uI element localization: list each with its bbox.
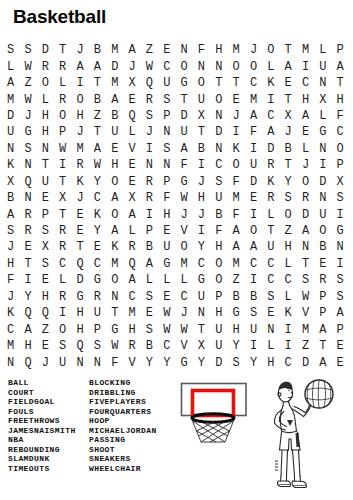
grid-cell[interactable]: O [106,174,123,190]
grid-cell[interactable]: A [19,321,36,337]
grid-cell[interactable]: E [158,223,175,239]
grid-cell[interactable]: N [19,190,36,206]
grid-cell[interactable]: R [123,239,140,255]
grid-cell[interactable]: A [141,256,158,272]
grid-cell[interactable]: A [245,239,262,255]
grid-cell[interactable]: L [262,58,279,74]
grid-cell[interactable]: C [332,124,349,140]
grid-cell[interactable]: N [158,157,175,173]
grid-cell[interactable]: X [123,75,140,91]
grid-cell[interactable]: N [71,354,88,370]
grid-cell[interactable]: X [332,174,349,190]
grid-cell[interactable]: L [37,91,54,107]
grid-cell[interactable]: N [332,239,349,255]
grid-cell[interactable]: A [71,58,88,74]
grid-cell[interactable]: I [314,157,331,173]
grid-cell[interactable]: R [314,272,331,288]
grid-cell[interactable]: I [262,91,279,107]
grid-cell[interactable]: I [245,141,262,157]
grid-cell[interactable]: O [193,75,210,91]
grid-cell[interactable]: K [280,305,297,321]
grid-cell[interactable]: C [89,190,106,206]
grid-cell[interactable]: O [227,58,244,74]
grid-cell[interactable]: E [280,75,297,91]
grid-cell[interactable]: Z [141,42,158,58]
grid-cell[interactable]: H [71,305,88,321]
grid-cell[interactable]: E [71,223,88,239]
grid-cell[interactable]: O [314,223,331,239]
grid-cell[interactable]: W [175,321,192,337]
grid-cell[interactable]: B [106,108,123,124]
grid-cell[interactable]: X [193,108,210,124]
grid-cell[interactable]: X [314,91,331,107]
grid-cell[interactable]: N [210,58,227,74]
grid-cell[interactable]: E [37,338,54,354]
grid-cell[interactable]: A [123,42,140,58]
grid-cell[interactable]: R [71,157,88,173]
grid-cell[interactable]: I [332,256,349,272]
grid-cell[interactable]: B [89,42,106,58]
grid-cell[interactable]: A [297,108,314,124]
grid-cell[interactable]: F [210,223,227,239]
grid-cell[interactable]: K [2,157,19,173]
grid-cell[interactable]: S [141,108,158,124]
grid-cell[interactable]: R [54,223,71,239]
grid-cell[interactable]: N [141,157,158,173]
grid-cell[interactable]: S [332,272,349,288]
grid-cell[interactable]: C [123,289,140,305]
grid-cell[interactable]: I [245,338,262,354]
grid-cell[interactable]: L [280,256,297,272]
grid-cell[interactable]: L [314,108,331,124]
grid-cell[interactable]: S [332,190,349,206]
grid-cell[interactable]: T [262,223,279,239]
grid-cell[interactable]: C [54,256,71,272]
grid-cell[interactable]: X [280,108,297,124]
grid-cell[interactable]: H [123,321,140,337]
grid-cell[interactable]: N [193,58,210,74]
grid-cell[interactable]: J [71,190,88,206]
grid-cell[interactable]: Q [123,108,140,124]
grid-cell[interactable]: E [37,190,54,206]
grid-cell[interactable]: D [2,108,19,124]
grid-cell[interactable]: P [37,206,54,222]
grid-cell[interactable]: W [19,58,36,74]
grid-cell[interactable]: I [297,58,314,74]
grid-cell[interactable]: O [54,321,71,337]
grid-cell[interactable]: Y [193,239,210,255]
grid-cell[interactable]: O [71,91,88,107]
grid-cell[interactable]: I [245,206,262,222]
grid-cell[interactable]: H [37,108,54,124]
grid-cell[interactable]: P [332,321,349,337]
grid-cell[interactable]: Z [280,223,297,239]
grid-cell[interactable]: D [175,108,192,124]
grid-cell[interactable]: N [158,124,175,140]
grid-cell[interactable]: A [262,124,279,140]
grid-cell[interactable]: H [210,305,227,321]
grid-cell[interactable]: A [106,91,123,107]
grid-cell[interactable]: W [158,321,175,337]
grid-cell[interactable]: A [245,108,262,124]
grid-cell[interactable]: Z [19,75,36,91]
grid-cell[interactable]: U [210,190,227,206]
grid-cell[interactable]: K [106,239,123,255]
grid-cell[interactable]: J [297,157,314,173]
grid-cell[interactable]: M [71,141,88,157]
grid-cell[interactable]: S [89,338,106,354]
grid-cell[interactable]: B [227,289,244,305]
grid-cell[interactable]: L [262,338,279,354]
grid-cell[interactable]: B [280,141,297,157]
grid-cell[interactable]: D [297,354,314,370]
grid-cell[interactable]: N [193,305,210,321]
grid-cell[interactable]: I [280,321,297,337]
grid-cell[interactable]: S [141,321,158,337]
grid-cell[interactable]: C [245,75,262,91]
grid-cell[interactable]: P [332,157,349,173]
grid-cell[interactable]: N [89,354,106,370]
grid-cell[interactable]: U [262,239,279,255]
grid-cell[interactable]: C [262,108,279,124]
grid-cell[interactable]: J [2,239,19,255]
grid-cell[interactable]: R [141,190,158,206]
grid-cell[interactable]: B [141,239,158,255]
grid-cell[interactable]: M [123,305,140,321]
grid-cell[interactable]: G [89,272,106,288]
grid-cell[interactable]: O [297,174,314,190]
grid-cell[interactable]: R [141,91,158,107]
grid-cell[interactable]: O [210,272,227,288]
grid-cell[interactable]: Z [37,321,54,337]
grid-cell[interactable]: C [262,256,279,272]
grid-cell[interactable]: C [158,58,175,74]
grid-cell[interactable]: B [245,289,262,305]
grid-cell[interactable]: E [123,157,140,173]
grid-cell[interactable]: P [54,124,71,140]
grid-cell[interactable]: D [106,58,123,74]
grid-cell[interactable]: T [332,75,349,91]
grid-cell[interactable]: H [280,239,297,255]
grid-cell[interactable]: T [54,174,71,190]
grid-cell[interactable]: O [106,206,123,222]
grid-cell[interactable]: R [54,58,71,74]
grid-cell[interactable]: P [314,289,331,305]
grid-cell[interactable]: F [106,354,123,370]
grid-cell[interactable]: G [175,174,192,190]
grid-cell[interactable]: S [280,190,297,206]
grid-cell[interactable]: L [262,206,279,222]
grid-cell[interactable]: Q [123,256,140,272]
grid-cell[interactable]: S [19,141,36,157]
grid-cell[interactable]: I [54,157,71,173]
grid-cell[interactable]: H [210,42,227,58]
grid-cell[interactable]: J [193,206,210,222]
grid-cell[interactable]: A [314,354,331,370]
grid-cell[interactable]: T [37,157,54,173]
grid-cell[interactable]: H [227,321,244,337]
grid-cell[interactable]: T [297,256,314,272]
grid-cell[interactable]: A [297,223,314,239]
grid-cell[interactable]: K [2,305,19,321]
grid-cell[interactable]: Q [37,305,54,321]
grid-cell[interactable]: V [123,141,140,157]
grid-cell[interactable]: T [280,91,297,107]
grid-cell[interactable]: N [175,42,192,58]
grid-cell[interactable]: T [71,239,88,255]
grid-cell[interactable]: U [37,174,54,190]
grid-cell[interactable]: E [123,91,140,107]
grid-cell[interactable]: V [123,354,140,370]
grid-cell[interactable]: J [280,124,297,140]
grid-cell[interactable]: E [89,239,106,255]
grid-cell[interactable]: T [54,206,71,222]
grid-cell[interactable]: S [245,305,262,321]
grid-cell[interactable]: U [175,124,192,140]
grid-cell[interactable]: J [19,108,36,124]
grid-cell[interactable]: R [54,289,71,305]
grid-cell[interactable]: O [54,108,71,124]
grid-cell[interactable]: A [123,206,140,222]
grid-cell[interactable]: J [227,108,244,124]
grid-cell[interactable]: S [297,272,314,288]
grid-cell[interactable]: W [89,157,106,173]
grid-cell[interactable]: J [175,206,192,222]
grid-cell[interactable]: G [227,305,244,321]
grid-cell[interactable]: F [193,42,210,58]
grid-cell[interactable]: G [175,75,192,91]
grid-cell[interactable]: W [19,91,36,107]
grid-cell[interactable]: Q [141,75,158,91]
grid-cell[interactable]: E [332,354,349,370]
grid-cell[interactable]: O [280,206,297,222]
grid-cell[interactable]: J [71,124,88,140]
grid-cell[interactable]: V [175,338,192,354]
grid-cell[interactable]: N [210,141,227,157]
grid-cell[interactable]: J [2,289,19,305]
grid-cell[interactable]: T [193,124,210,140]
grid-cell[interactable]: R [141,174,158,190]
grid-cell[interactable]: L [123,223,140,239]
grid-cell[interactable]: E [141,305,158,321]
grid-cell[interactable]: N [2,141,19,157]
grid-cell[interactable]: V [175,223,192,239]
grid-cell[interactable]: E [158,42,175,58]
grid-cell[interactable]: S [54,338,71,354]
grid-cell[interactable]: Y [193,354,210,370]
grid-cell[interactable]: N [2,354,19,370]
grid-cell[interactable]: K [71,174,88,190]
grid-cell[interactable]: J [193,174,210,190]
grid-cell[interactable]: C [175,289,192,305]
grid-cell[interactable]: J [245,42,262,58]
grid-cell[interactable]: A [227,223,244,239]
grid-cell[interactable]: Z [89,108,106,124]
grid-cell[interactable]: X [54,190,71,206]
grid-cell[interactable]: I [141,141,158,157]
grid-cell[interactable]: E [245,190,262,206]
grid-cell[interactable]: J [71,42,88,58]
grid-cell[interactable]: M [297,321,314,337]
grid-cell[interactable]: W [158,305,175,321]
grid-cell[interactable]: U [314,206,331,222]
grid-cell[interactable]: R [54,239,71,255]
grid-cell[interactable]: H [193,190,210,206]
grid-cell[interactable]: H [71,108,88,124]
grid-cell[interactable]: S [2,42,19,58]
grid-cell[interactable]: M [227,42,244,58]
grid-cell[interactable]: I [141,206,158,222]
grid-cell[interactable]: M [227,190,244,206]
grid-cell[interactable]: T [280,157,297,173]
grid-cell[interactable]: F [227,206,244,222]
grid-cell[interactable]: T [227,75,244,91]
grid-cell[interactable]: E [314,256,331,272]
grid-cell[interactable]: L [297,141,314,157]
grid-cell[interactable]: T [280,42,297,58]
grid-cell[interactable]: A [2,75,19,91]
grid-cell[interactable]: O [175,239,192,255]
grid-cell[interactable]: X [123,190,140,206]
grid-cell[interactable]: H [19,338,36,354]
grid-cell[interactable]: P [314,305,331,321]
grid-cell[interactable]: R [123,338,140,354]
grid-cell[interactable]: M [175,256,192,272]
grid-cell[interactable]: C [193,256,210,272]
grid-cell[interactable]: G [314,124,331,140]
grid-cell[interactable]: F [332,108,349,124]
grid-cell[interactable]: C [89,256,106,272]
grid-cell[interactable]: N [262,321,279,337]
grid-cell[interactable]: Q [19,305,36,321]
grid-cell[interactable]: E [71,206,88,222]
grid-cell[interactable]: M [106,75,123,91]
grid-cell[interactable]: S [2,223,19,239]
grid-cell[interactable]: T [89,75,106,91]
grid-cell[interactable]: K [262,174,279,190]
grid-cell[interactable]: A [89,58,106,74]
grid-cell[interactable]: H [2,256,19,272]
grid-cell[interactable]: C [2,321,19,337]
grid-cell[interactable]: U [89,305,106,321]
grid-cell[interactable]: R [37,58,54,74]
grid-cell[interactable]: G [19,124,36,140]
grid-cell[interactable]: W [297,289,314,305]
grid-cell[interactable]: T [19,256,36,272]
grid-cell[interactable]: N [106,289,123,305]
grid-cell[interactable]: I [19,272,36,288]
grid-cell[interactable]: Q [19,354,36,370]
grid-cell[interactable]: N [314,75,331,91]
grid-cell[interactable]: O [262,42,279,58]
grid-cell[interactable]: U [210,338,227,354]
grid-cell[interactable]: H [37,289,54,305]
grid-cell[interactable]: A [106,223,123,239]
grid-cell[interactable]: Y [245,354,262,370]
grid-cell[interactable]: N [37,141,54,157]
grid-cell[interactable]: L [2,58,19,74]
grid-cell[interactable]: U [314,58,331,74]
grid-cell[interactable]: E [19,239,36,255]
grid-cell[interactable]: H [332,91,349,107]
grid-cell[interactable]: N [297,239,314,255]
grid-cell[interactable]: Q [19,174,36,190]
grid-cell[interactable]: O [245,223,262,239]
grid-cell[interactable]: R [19,206,36,222]
grid-cell[interactable]: I [193,223,210,239]
grid-cell[interactable]: Y [19,289,36,305]
grid-cell[interactable]: V [297,305,314,321]
grid-cell[interactable]: B [141,338,158,354]
grid-cell[interactable]: A [227,239,244,255]
grid-cell[interactable]: C [245,256,262,272]
grid-cell[interactable]: R [19,223,36,239]
grid-cell[interactable]: U [245,157,262,173]
grid-cell[interactable]: Z [227,272,244,288]
grid-cell[interactable]: O [106,272,123,288]
grid-cell[interactable]: P [210,289,227,305]
grid-cell[interactable]: D [245,174,262,190]
grid-cell[interactable]: I [332,206,349,222]
grid-cell[interactable]: E [332,338,349,354]
grid-cell[interactable]: O [210,256,227,272]
grid-cell[interactable]: I [227,124,244,140]
grid-cell[interactable]: S [158,91,175,107]
grid-cell[interactable]: I [245,272,262,288]
grid-cell[interactable]: E [123,174,140,190]
grid-cell[interactable]: U [106,124,123,140]
grid-cell[interactable]: A [314,321,331,337]
grid-cell[interactable]: W [106,338,123,354]
grid-cell[interactable]: U [2,124,19,140]
grid-cell[interactable]: O [227,157,244,173]
grid-cell[interactable]: L [314,42,331,58]
grid-cell[interactable]: X [2,174,19,190]
grid-cell[interactable]: D [71,272,88,288]
grid-cell[interactable]: I [280,338,297,354]
grid-cell[interactable]: B [2,190,19,206]
grid-cell[interactable]: F [2,272,19,288]
grid-cell[interactable]: F [175,157,192,173]
grid-cell[interactable]: C [297,75,314,91]
grid-cell[interactable]: L [141,272,158,288]
grid-cell[interactable]: S [37,223,54,239]
grid-cell[interactable]: H [297,91,314,107]
grid-cell[interactable]: W [54,141,71,157]
grid-cell[interactable]: U [245,321,262,337]
grid-cell[interactable]: H [71,321,88,337]
grid-cell[interactable]: M [2,91,19,107]
grid-cell[interactable]: S [141,289,158,305]
grid-cell[interactable]: E [297,124,314,140]
grid-cell[interactable]: Y [141,354,158,370]
grid-cell[interactable]: C [280,354,297,370]
grid-cell[interactable]: J [37,354,54,370]
grid-cell[interactable]: E [106,141,123,157]
grid-cell[interactable]: O [245,58,262,74]
grid-cell[interactable]: I [54,305,71,321]
grid-cell[interactable]: I [193,157,210,173]
grid-cell[interactable]: J [141,124,158,140]
grid-cell[interactable]: U [158,75,175,91]
grid-cell[interactable]: Q [71,256,88,272]
grid-cell[interactable]: M [2,338,19,354]
grid-cell[interactable]: A [89,141,106,157]
grid-cell[interactable]: T [314,338,331,354]
grid-cell[interactable]: T [106,305,123,321]
grid-cell[interactable]: S [210,174,227,190]
grid-cell[interactable]: G [193,272,210,288]
